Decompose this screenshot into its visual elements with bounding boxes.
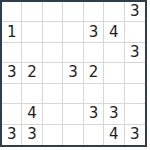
empty-cell-r1c3[interactable]: [43, 2, 63, 22]
empty-cell-r7c3[interactable]: [43, 125, 63, 145]
empty-cell-r5c5[interactable]: [84, 84, 104, 104]
empty-cell-r1c2[interactable]: [22, 2, 42, 22]
empty-cell-r3c4[interactable]: [63, 43, 83, 63]
clue-cell-r3c7: 3: [125, 43, 145, 63]
clue-cell-r4c5: 2: [84, 63, 104, 83]
empty-cell-r2c4[interactable]: [63, 22, 83, 42]
empty-cell-r6c7[interactable]: [125, 104, 145, 124]
empty-cell-r4c3[interactable]: [43, 63, 63, 83]
clue-cell-r4c2: 2: [22, 63, 42, 83]
empty-cell-r1c1[interactable]: [2, 2, 22, 22]
clue-cell-r6c6: 3: [104, 104, 124, 124]
empty-cell-r2c2[interactable]: [22, 22, 42, 42]
empty-cell-r4c7[interactable]: [125, 63, 145, 83]
empty-cell-r5c3[interactable]: [43, 84, 63, 104]
empty-cell-r7c4[interactable]: [63, 125, 83, 145]
clue-cell-r7c2: 3: [22, 125, 42, 145]
empty-cell-r5c1[interactable]: [2, 84, 22, 104]
empty-cell-r2c7[interactable]: [125, 22, 145, 42]
empty-cell-r5c7[interactable]: [125, 84, 145, 104]
empty-cell-r5c2[interactable]: [22, 84, 42, 104]
empty-cell-r4c6[interactable]: [104, 63, 124, 83]
clue-cell-r7c7: 3: [125, 125, 145, 145]
empty-cell-r5c6[interactable]: [104, 84, 124, 104]
empty-cell-r6c3[interactable]: [43, 104, 63, 124]
clue-cell-r4c4: 3: [63, 63, 83, 83]
empty-cell-r6c1[interactable]: [2, 104, 22, 124]
empty-cell-r3c2[interactable]: [22, 43, 42, 63]
clue-cell-r2c5: 3: [84, 22, 104, 42]
empty-cell-r1c5[interactable]: [84, 2, 104, 22]
empty-cell-r1c4[interactable]: [63, 2, 83, 22]
empty-cell-r2c3[interactable]: [43, 22, 63, 42]
clue-cell-r1c7: 3: [125, 2, 145, 22]
minesweeper-board: 3134332324333343: [0, 0, 147, 147]
empty-cell-r3c6[interactable]: [104, 43, 124, 63]
clue-cell-r2c1: 1: [2, 22, 22, 42]
clue-cell-r6c5: 3: [84, 104, 104, 124]
clue-cell-r7c1: 3: [2, 125, 22, 145]
empty-cell-r3c3[interactable]: [43, 43, 63, 63]
empty-cell-r1c6[interactable]: [104, 2, 124, 22]
empty-cell-r6c4[interactable]: [63, 104, 83, 124]
empty-cell-r3c1[interactable]: [2, 43, 22, 63]
clue-cell-r2c6: 4: [104, 22, 124, 42]
empty-cell-r3c5[interactable]: [84, 43, 104, 63]
empty-cell-r7c5[interactable]: [84, 125, 104, 145]
clue-cell-r7c6: 4: [104, 125, 124, 145]
empty-cell-r5c4[interactable]: [63, 84, 83, 104]
clue-cell-r4c1: 3: [2, 63, 22, 83]
clue-cell-r6c2: 4: [22, 104, 42, 124]
